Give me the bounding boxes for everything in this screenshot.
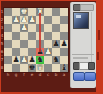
square-g8[interactable] [12,64,20,72]
piece-black-bishop[interactable]: ♝ [60,64,67,72]
chess-board[interactable]: ♚♜♟♟♟♟♟♟♟♟♟♟♟♞♞♚♛♝ [4,8,68,72]
side-panel [70,2,96,88]
piece-black-knight[interactable]: ♞ [52,56,59,64]
square-g5[interactable] [12,40,20,48]
square-b8[interactable] [52,64,60,72]
square-h5[interactable] [4,40,12,48]
square-a2[interactable] [60,16,68,24]
piece-white-pawn[interactable]: ♟ [28,16,35,24]
file-label-e: e [28,72,36,78]
square-b2[interactable] [52,16,60,24]
square-a5[interactable]: ♟ [60,40,68,48]
square-a1[interactable] [60,8,68,16]
file-label-b: b [52,72,60,78]
square-f5[interactable] [20,40,28,48]
file-label-a: a [60,72,68,78]
square-e4[interactable] [28,32,36,40]
piece-black-pawn[interactable]: ♟ [52,40,59,48]
frame-texture-mark [98,30,100,40]
square-f3[interactable]: ♟ [20,24,28,32]
panel-divider [72,54,94,55]
piece-white-pawn[interactable]: ♟ [20,24,27,32]
piece-white-pawn[interactable]: ♟ [20,56,27,64]
file-label-g: g [12,72,20,78]
piece-white-pawn[interactable]: ♟ [44,48,51,56]
square-e5[interactable] [28,40,36,48]
square-e2[interactable]: ♟ [28,16,36,24]
blue-button-right[interactable] [84,72,96,81]
rank-coordinate-labels: 12345678 [0,8,4,72]
rank-label-3: 3 [0,24,4,32]
piece-black-king[interactable]: ♚ [28,64,35,72]
square-b1[interactable] [52,8,60,16]
stepper-right-button[interactable] [88,62,95,70]
frame-texture-mark [97,52,99,60]
file-label-h: h [4,72,12,78]
square-h4[interactable] [4,32,12,40]
square-h7[interactable] [4,56,12,64]
square-g3[interactable] [12,24,20,32]
piece-black-pawn[interactable]: ♟ [60,40,67,48]
square-g7[interactable]: ♟ [12,56,20,64]
square-h8[interactable] [4,64,12,72]
square-b5[interactable]: ♟ [52,40,60,48]
file-label-d: d [36,72,44,78]
square-c6[interactable]: ♟ [44,48,52,56]
square-h6[interactable] [4,48,12,56]
square-f7[interactable]: ♟ [20,56,28,64]
rank-label-7: 7 [0,56,4,64]
file-label-c: c [44,72,52,78]
square-a8[interactable]: ♝ [60,64,68,72]
square-a3[interactable] [60,24,68,32]
square-h1[interactable] [4,8,12,16]
rank-label-4: 4 [0,32,4,40]
square-g2[interactable]: ♟ [12,16,20,24]
square-h3[interactable] [4,24,12,32]
threat-line-indicator [39,13,41,52]
square-c4[interactable] [44,32,52,40]
rank-label-1: 1 [0,8,4,16]
piece-white-queen[interactable]: ♛ [36,64,43,72]
square-f8[interactable] [20,64,28,72]
square-e3[interactable] [28,24,36,32]
rank-label-5: 5 [0,40,4,48]
square-c7[interactable] [44,56,52,64]
rank-label-2: 2 [0,16,4,24]
rank-label-8: 8 [0,64,4,72]
square-b7[interactable]: ♞ [52,56,60,64]
square-b3[interactable] [52,24,60,32]
square-a6[interactable] [60,48,68,56]
square-e8[interactable]: ♚ [28,64,36,72]
piece-white-pawn[interactable]: ♟ [12,16,19,24]
photo-thumbnail[interactable] [73,12,89,29]
square-c8[interactable] [44,64,52,72]
file-coordinate-labels: hgfedcba [4,72,68,78]
panel-text-line [73,57,88,59]
square-h2[interactable] [4,16,12,24]
toolbar-button[interactable] [80,4,94,11]
square-d8[interactable]: ♛ [36,64,44,72]
square-c2[interactable] [44,16,52,24]
square-f4[interactable] [20,32,28,40]
piece-black-pawn[interactable]: ♟ [12,56,19,64]
rank-label-6: 6 [0,48,4,56]
thumbnail-highlight [76,15,81,18]
chess-app-screen: { "game": "chess", "position": { "fen": … [0,0,103,94]
file-label-f: f [20,72,28,78]
square-c1[interactable] [44,8,52,16]
square-g4[interactable] [12,32,20,40]
square-c3[interactable] [44,24,52,32]
